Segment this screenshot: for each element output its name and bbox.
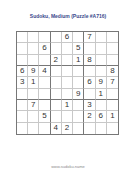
cell-r3c1[interactable] <box>17 55 28 66</box>
cell-r2c5[interactable] <box>62 43 73 54</box>
given-digit: 1 <box>98 90 102 98</box>
cell-r3c5[interactable] <box>62 55 73 66</box>
cell-r4c4[interactable] <box>51 66 62 77</box>
cell-r6c4[interactable] <box>51 89 62 100</box>
cell-r7c7[interactable]: 3 <box>84 100 95 111</box>
cell-r9c7[interactable] <box>84 123 95 134</box>
given-digit: 6 <box>65 33 69 41</box>
cell-r2c6[interactable]: 5 <box>73 43 84 54</box>
given-digit: 1 <box>31 78 35 86</box>
cell-r5c5[interactable] <box>62 77 73 88</box>
cell-r8c2[interactable] <box>28 111 39 122</box>
cell-r8c4[interactable] <box>51 111 62 122</box>
given-digit: 7 <box>87 33 91 41</box>
given-digit: 5 <box>76 44 80 52</box>
sudoku-sheet: Sudoku, Medium (Puzzle #A716) 6765218694… <box>0 0 136 176</box>
cell-r5c2[interactable]: 1 <box>28 77 39 88</box>
cell-r1c4[interactable] <box>51 32 62 43</box>
cell-r6c7[interactable] <box>84 89 95 100</box>
cell-r4c2[interactable]: 9 <box>28 66 39 77</box>
given-digit: 8 <box>87 56 91 64</box>
cell-r6c3[interactable] <box>39 89 50 100</box>
cell-r1c2[interactable] <box>28 32 39 43</box>
cell-r2c4[interactable] <box>51 43 62 54</box>
cell-r5c9[interactable]: 7 <box>107 77 118 88</box>
cell-r6c9[interactable] <box>107 89 118 100</box>
cell-r6c6[interactable]: 9 <box>73 89 84 100</box>
given-digit: 6 <box>98 112 102 120</box>
cell-r2c8[interactable] <box>96 43 107 54</box>
given-digit: 1 <box>65 101 69 109</box>
cell-r1c6[interactable] <box>73 32 84 43</box>
cell-r8c1[interactable] <box>17 111 28 122</box>
cell-r7c2[interactable]: 7 <box>28 100 39 111</box>
cell-r3c4[interactable]: 2 <box>51 55 62 66</box>
cell-r3c2[interactable] <box>28 55 39 66</box>
given-digit: 1 <box>110 112 114 120</box>
given-digit: 5 <box>42 112 46 120</box>
cell-r7c4[interactable] <box>51 100 62 111</box>
cell-r1c7[interactable]: 7 <box>84 32 95 43</box>
given-digit: 6 <box>42 44 46 52</box>
given-digit: 6 <box>87 78 91 86</box>
cell-r1c3[interactable] <box>39 32 50 43</box>
footer-url: www.sudoku.name <box>0 164 136 169</box>
cell-r8c6[interactable] <box>73 111 84 122</box>
given-digit: 1 <box>76 56 80 64</box>
cell-r7c3[interactable] <box>39 100 50 111</box>
cell-r1c5[interactable]: 6 <box>62 32 73 43</box>
cell-r8c7[interactable]: 2 <box>84 111 95 122</box>
cell-r7c9[interactable] <box>107 100 118 111</box>
cell-r1c8[interactable] <box>96 32 107 43</box>
cell-r8c8[interactable]: 6 <box>96 111 107 122</box>
cell-r7c5[interactable]: 1 <box>62 100 73 111</box>
cell-r9c6[interactable] <box>73 123 84 134</box>
cell-r6c5[interactable] <box>62 89 73 100</box>
cell-r5c1[interactable]: 3 <box>17 77 28 88</box>
sudoku-board: 676521869483169791713526142 <box>16 31 119 135</box>
cell-r3c3[interactable] <box>39 55 50 66</box>
cell-r4c8[interactable] <box>96 66 107 77</box>
cell-r9c8[interactable] <box>96 123 107 134</box>
cell-r6c2[interactable] <box>28 89 39 100</box>
given-digit: 7 <box>31 101 35 109</box>
cell-r5c4[interactable] <box>51 77 62 88</box>
cell-r6c1[interactable] <box>17 89 28 100</box>
cell-r2c7[interactable] <box>84 43 95 54</box>
given-digit: 9 <box>76 90 80 98</box>
cell-r9c4[interactable]: 4 <box>51 123 62 134</box>
cell-r1c1[interactable] <box>17 32 28 43</box>
given-digit: 9 <box>31 67 35 75</box>
cell-r2c9[interactable] <box>107 43 118 54</box>
cell-r5c8[interactable]: 9 <box>96 77 107 88</box>
cell-r8c9[interactable]: 1 <box>107 111 118 122</box>
cell-r4c5[interactable] <box>62 66 73 77</box>
given-digit: 3 <box>87 101 91 109</box>
given-digit: 3 <box>20 78 24 86</box>
cell-r6c8[interactable]: 1 <box>96 89 107 100</box>
given-digit: 4 <box>54 124 58 132</box>
cell-r3c9[interactable] <box>107 55 118 66</box>
cell-r3c6[interactable]: 1 <box>73 55 84 66</box>
cell-r9c2[interactable] <box>28 123 39 134</box>
cell-r4c1[interactable]: 6 <box>17 66 28 77</box>
cell-r5c7[interactable]: 6 <box>84 77 95 88</box>
cell-r8c3[interactable]: 5 <box>39 111 50 122</box>
cell-r2c3[interactable]: 6 <box>39 43 50 54</box>
cell-r4c9[interactable]: 8 <box>107 66 118 77</box>
given-digit: 7 <box>110 78 114 86</box>
given-digit: 9 <box>98 78 102 86</box>
given-digit: 8 <box>110 67 114 75</box>
cell-r3c8[interactable] <box>96 55 107 66</box>
cell-r5c3[interactable] <box>39 77 50 88</box>
cell-r3c7[interactable]: 8 <box>84 55 95 66</box>
cell-r4c3[interactable]: 4 <box>39 66 50 77</box>
cell-r1c9[interactable] <box>107 32 118 43</box>
cell-r7c6[interactable] <box>73 100 84 111</box>
given-digit: 4 <box>42 67 46 75</box>
given-digit: 2 <box>87 112 91 120</box>
cell-r5c6[interactable] <box>73 77 84 88</box>
cell-r9c3[interactable] <box>39 123 50 134</box>
given-digit: 2 <box>54 56 58 64</box>
cell-r7c8[interactable] <box>96 100 107 111</box>
cell-r4c7[interactable] <box>84 66 95 77</box>
cell-r9c9[interactable] <box>107 123 118 134</box>
cell-r9c1[interactable] <box>17 123 28 134</box>
puzzle-title: Sudoku, Medium (Puzzle #A716) <box>0 13 136 19</box>
cell-r8c5[interactable] <box>62 111 73 122</box>
cell-r9c5[interactable]: 2 <box>62 123 73 134</box>
cell-r2c1[interactable] <box>17 43 28 54</box>
cell-r7c1[interactable] <box>17 100 28 111</box>
cell-r2c2[interactable] <box>28 43 39 54</box>
given-digit: 2 <box>65 124 69 132</box>
cell-r4c6[interactable] <box>73 66 84 77</box>
given-digit: 6 <box>20 67 24 75</box>
